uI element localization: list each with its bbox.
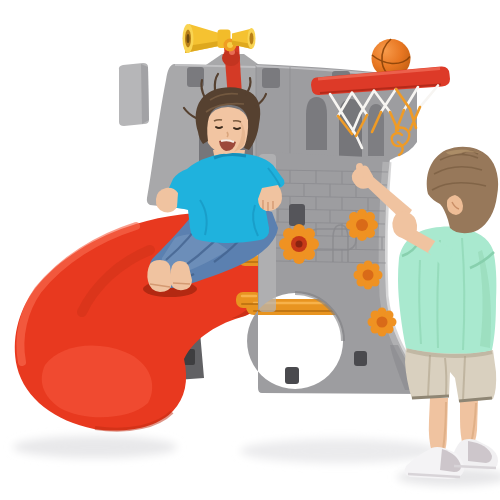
climbing-knob xyxy=(368,308,397,337)
wall-slot xyxy=(289,204,305,226)
arch-window xyxy=(306,97,327,150)
knob-center xyxy=(377,317,388,328)
playset-scene xyxy=(0,0,500,500)
index-finger xyxy=(356,163,364,178)
telescope-front-inner xyxy=(250,33,254,45)
base-slot xyxy=(285,367,299,384)
fist xyxy=(392,212,417,239)
climbing-knob-large xyxy=(279,224,319,264)
hair-back xyxy=(427,147,498,234)
climbing-knob xyxy=(354,261,383,290)
structure-shadow xyxy=(240,439,440,463)
crenellation-slot xyxy=(262,68,280,88)
left-tower-tab-shade xyxy=(141,64,149,124)
knob-center xyxy=(356,219,368,231)
telescope-eyepiece-hole xyxy=(187,34,190,43)
hand-on-slide xyxy=(156,188,178,213)
knob-center xyxy=(363,270,374,281)
climbing-knob xyxy=(346,209,378,241)
right-sneaker-heel xyxy=(468,441,492,463)
base-slot xyxy=(354,351,367,366)
product-photo xyxy=(0,0,500,500)
slide-shadow xyxy=(13,436,177,458)
